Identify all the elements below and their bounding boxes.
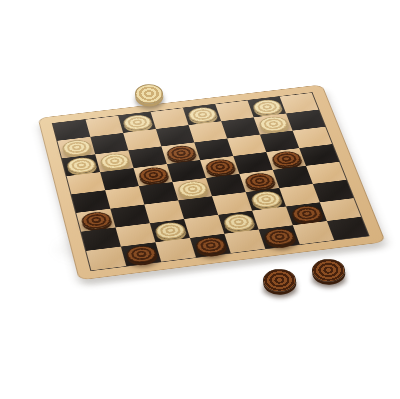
checker-light[interactable] bbox=[257, 115, 290, 133]
checker-light[interactable] bbox=[65, 156, 98, 175]
checker-light[interactable] bbox=[250, 98, 283, 116]
checker-light[interactable] bbox=[249, 190, 283, 209]
checker-light[interactable] bbox=[186, 106, 219, 124]
checker-dark bbox=[311, 258, 346, 283]
square-r8c3[interactable] bbox=[155, 238, 196, 262]
square-r8c2[interactable] bbox=[121, 242, 161, 266]
checker-dark[interactable] bbox=[242, 172, 276, 191]
checker-light[interactable] bbox=[98, 152, 131, 171]
board-grid bbox=[53, 93, 369, 271]
checker-dark[interactable] bbox=[203, 158, 237, 177]
off-board-checker-light[interactable] bbox=[135, 80, 163, 108]
checker-light bbox=[134, 84, 164, 105]
checker-dark bbox=[262, 268, 297, 293]
off-board-checker-dark[interactable] bbox=[312, 254, 345, 287]
checkers-product-photo bbox=[0, 0, 400, 399]
checker-dark[interactable] bbox=[262, 227, 297, 247]
checker-dark[interactable] bbox=[193, 235, 228, 255]
checker-light[interactable] bbox=[221, 212, 256, 232]
checker-light[interactable] bbox=[175, 180, 209, 199]
checker-dark[interactable] bbox=[164, 144, 197, 162]
checker-dark[interactable] bbox=[124, 244, 158, 264]
checker-dark[interactable] bbox=[289, 204, 324, 224]
off-board-checker-dark[interactable] bbox=[263, 264, 296, 297]
checker-dark[interactable] bbox=[269, 150, 303, 169]
checker-dark[interactable] bbox=[136, 166, 169, 185]
checker-light[interactable] bbox=[153, 221, 187, 241]
square-r8c8[interactable] bbox=[327, 217, 369, 240]
checker-dark[interactable] bbox=[79, 210, 113, 230]
checker-light[interactable] bbox=[121, 113, 153, 131]
checker-light[interactable] bbox=[60, 138, 92, 156]
board-wooden-frame bbox=[52, 92, 370, 271]
square-r8c1[interactable] bbox=[86, 247, 126, 271]
checkers-board bbox=[38, 84, 386, 280]
